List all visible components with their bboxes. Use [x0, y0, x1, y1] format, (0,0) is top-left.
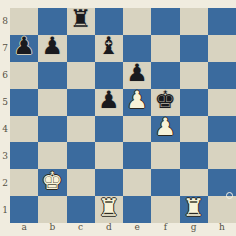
white-to-move-indicator	[226, 192, 233, 199]
rank-labels: 87654321	[0, 8, 10, 223]
file-label-b: b	[38, 222, 66, 236]
rank-label-8: 8	[0, 8, 10, 35]
square-e4[interactable]	[123, 116, 151, 143]
square-d8[interactable]	[95, 8, 123, 35]
square-e7[interactable]	[123, 35, 151, 62]
file-label-g: g	[180, 222, 208, 236]
square-a3[interactable]	[10, 142, 38, 169]
square-f7[interactable]	[151, 35, 179, 62]
square-e2[interactable]	[123, 169, 151, 196]
square-g8[interactable]	[180, 8, 208, 35]
square-a4[interactable]	[10, 116, 38, 143]
square-h5[interactable]	[208, 89, 236, 116]
file-label-f: f	[151, 222, 179, 236]
square-g7[interactable]	[180, 35, 208, 62]
rank-label-1: 1	[0, 196, 10, 223]
square-b6[interactable]	[38, 62, 66, 89]
square-f2[interactable]	[151, 169, 179, 196]
black-king-f5[interactable]: ♚	[151, 87, 179, 114]
square-d1[interactable]: ♜	[95, 196, 123, 223]
white-king-b2[interactable]: ♚	[38, 167, 66, 194]
black-pawn-e6[interactable]: ♟	[123, 60, 151, 87]
square-d3[interactable]	[95, 142, 123, 169]
square-c2[interactable]	[67, 169, 95, 196]
file-label-a: a	[10, 222, 38, 236]
square-f1[interactable]	[151, 196, 179, 223]
square-b5[interactable]	[38, 89, 66, 116]
black-pawn-a7[interactable]: ♟	[10, 33, 38, 60]
square-c6[interactable]	[67, 62, 95, 89]
white-pawn-e5[interactable]: ♟	[123, 87, 151, 114]
square-h7[interactable]	[208, 35, 236, 62]
square-d2[interactable]	[95, 169, 123, 196]
square-g1[interactable]: ♜	[180, 196, 208, 223]
file-label-c: c	[67, 222, 95, 236]
rank-label-3: 3	[0, 142, 10, 169]
square-g6[interactable]	[180, 62, 208, 89]
square-a8[interactable]	[10, 8, 38, 35]
rank-label-6: 6	[0, 62, 10, 89]
square-b1[interactable]	[38, 196, 66, 223]
square-a5[interactable]	[10, 89, 38, 116]
square-b4[interactable]	[38, 116, 66, 143]
square-f3[interactable]	[151, 142, 179, 169]
chess-board: ♜♟♟♝♟♟♟♚♟♚♜♜	[10, 8, 236, 223]
square-c3[interactable]	[67, 142, 95, 169]
file-label-e: e	[123, 222, 151, 236]
square-g3[interactable]	[180, 142, 208, 169]
square-c5[interactable]	[67, 89, 95, 116]
file-label-d: d	[95, 222, 123, 236]
white-pawn-f4[interactable]: ♟	[151, 114, 179, 141]
square-b2[interactable]: ♚	[38, 169, 66, 196]
white-rook-g1[interactable]: ♜	[180, 194, 208, 221]
square-b7[interactable]: ♟	[38, 35, 66, 62]
black-pawn-d5[interactable]: ♟	[95, 87, 123, 114]
square-e8[interactable]	[123, 8, 151, 35]
square-a6[interactable]	[10, 62, 38, 89]
square-g2[interactable]	[180, 169, 208, 196]
square-d4[interactable]	[95, 116, 123, 143]
square-h6[interactable]	[208, 62, 236, 89]
black-bishop-d7[interactable]: ♝	[95, 33, 123, 60]
square-e5[interactable]: ♟	[123, 89, 151, 116]
rank-label-4: 4	[0, 116, 10, 143]
square-b3[interactable]	[38, 142, 66, 169]
square-c4[interactable]	[67, 116, 95, 143]
square-c8[interactable]: ♜	[67, 8, 95, 35]
square-d6[interactable]	[95, 62, 123, 89]
square-f5[interactable]: ♚	[151, 89, 179, 116]
white-rook-d1[interactable]: ♜	[95, 194, 123, 221]
black-pawn-b7[interactable]: ♟	[38, 33, 66, 60]
square-a2[interactable]	[10, 169, 38, 196]
square-a7[interactable]: ♟	[10, 35, 38, 62]
square-h1[interactable]	[208, 196, 236, 223]
square-e3[interactable]	[123, 142, 151, 169]
square-g4[interactable]	[180, 116, 208, 143]
black-rook-c8[interactable]: ♜	[67, 6, 95, 33]
square-g5[interactable]	[180, 89, 208, 116]
rank-label-5: 5	[0, 89, 10, 116]
square-h4[interactable]	[208, 116, 236, 143]
square-h3[interactable]	[208, 142, 236, 169]
rank-label-7: 7	[0, 35, 10, 62]
square-b8[interactable]	[38, 8, 66, 35]
square-a1[interactable]	[10, 196, 38, 223]
file-labels: abcdefgh	[10, 222, 236, 236]
square-f6[interactable]	[151, 62, 179, 89]
square-f4[interactable]: ♟	[151, 116, 179, 143]
rank-label-2: 2	[0, 169, 10, 196]
square-c7[interactable]	[67, 35, 95, 62]
square-d5[interactable]: ♟	[95, 89, 123, 116]
square-e6[interactable]: ♟	[123, 62, 151, 89]
square-e1[interactable]	[123, 196, 151, 223]
square-d7[interactable]: ♝	[95, 35, 123, 62]
square-f8[interactable]	[151, 8, 179, 35]
file-label-h: h	[208, 222, 236, 236]
square-h8[interactable]	[208, 8, 236, 35]
square-c1[interactable]	[67, 196, 95, 223]
